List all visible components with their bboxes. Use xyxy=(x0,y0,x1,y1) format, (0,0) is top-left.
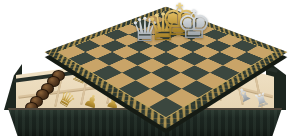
chess-set-photo: ♜ ♝ ♞ ♛ ♟ ♟ ♞ ♝ ♜ ♛ ♛ ♚ ♚ xyxy=(0,0,290,140)
silver-king-piece[interactable]: ♚ xyxy=(176,4,212,44)
